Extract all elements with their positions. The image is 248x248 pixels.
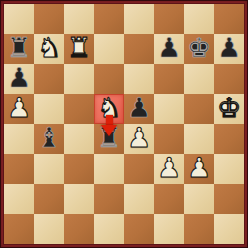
square-a6[interactable]: ♟ <box>4 64 34 94</box>
square-a1[interactable] <box>4 214 34 244</box>
square-b2[interactable] <box>34 184 64 214</box>
square-e2[interactable] <box>124 184 154 214</box>
square-g2[interactable] <box>184 184 214 214</box>
square-b5[interactable] <box>34 94 64 124</box>
square-h8[interactable] <box>214 4 244 34</box>
square-g4[interactable] <box>184 124 214 154</box>
piece-white-king: ♚ <box>217 93 241 123</box>
square-h2[interactable] <box>214 184 244 214</box>
square-c1[interactable] <box>64 214 94 244</box>
square-a8[interactable] <box>4 4 34 34</box>
square-d1[interactable] <box>94 214 124 244</box>
square-d7[interactable] <box>94 34 124 64</box>
square-b1[interactable] <box>34 214 64 244</box>
square-f7[interactable]: ♟ <box>154 34 184 64</box>
square-g6[interactable] <box>184 64 214 94</box>
piece-white-rook: ♜ <box>67 33 91 63</box>
square-c5[interactable] <box>64 94 94 124</box>
piece-black-pawn: ♟ <box>217 33 241 63</box>
square-g8[interactable] <box>184 4 214 34</box>
square-f8[interactable] <box>154 4 184 34</box>
square-g1[interactable] <box>184 214 214 244</box>
piece-white-knight: ♞ <box>37 33 61 63</box>
square-a2[interactable] <box>4 184 34 214</box>
square-a7[interactable]: ♜ <box>4 34 34 64</box>
square-c2[interactable] <box>64 184 94 214</box>
square-e7[interactable] <box>124 34 154 64</box>
square-d3[interactable] <box>94 154 124 184</box>
square-h5[interactable]: ♚ <box>214 94 244 124</box>
chess-board: ♜♞♜♟♚♟♟♟♞♟♚♝♜♟♟♟ <box>4 4 244 244</box>
square-a3[interactable] <box>4 154 34 184</box>
square-b4[interactable]: ♝ <box>34 124 64 154</box>
square-f2[interactable] <box>154 184 184 214</box>
square-b3[interactable] <box>34 154 64 184</box>
piece-black-king: ♚ <box>187 33 211 63</box>
piece-black-rook: ♜ <box>7 33 31 63</box>
square-a4[interactable] <box>4 124 34 154</box>
piece-black-pawn: ♟ <box>7 63 31 93</box>
piece-white-pawn: ♟ <box>187 153 211 183</box>
square-d6[interactable] <box>94 64 124 94</box>
piece-black-pawn: ♟ <box>157 33 181 63</box>
square-h4[interactable] <box>214 124 244 154</box>
chess-board-frame: ♜♞♜♟♚♟♟♟♞♟♚♝♜♟♟♟ <box>0 0 248 248</box>
square-g5[interactable] <box>184 94 214 124</box>
square-b7[interactable]: ♞ <box>34 34 64 64</box>
square-e8[interactable] <box>124 4 154 34</box>
square-c3[interactable] <box>64 154 94 184</box>
piece-black-pawn: ♟ <box>127 93 151 123</box>
square-h3[interactable] <box>214 154 244 184</box>
square-e1[interactable] <box>124 214 154 244</box>
square-d2[interactable] <box>94 184 124 214</box>
square-e5[interactable]: ♟ <box>124 94 154 124</box>
square-g3[interactable]: ♟ <box>184 154 214 184</box>
square-e4[interactable]: ♟ <box>124 124 154 154</box>
piece-black-rook: ♜ <box>97 123 121 153</box>
square-c4[interactable] <box>64 124 94 154</box>
piece-black-bishop: ♝ <box>37 123 61 153</box>
square-c7[interactable]: ♜ <box>64 34 94 64</box>
piece-white-pawn: ♟ <box>157 153 181 183</box>
piece-white-pawn: ♟ <box>127 123 151 153</box>
square-e3[interactable] <box>124 154 154 184</box>
square-f6[interactable] <box>154 64 184 94</box>
square-f4[interactable] <box>154 124 184 154</box>
square-f5[interactable] <box>154 94 184 124</box>
square-d5[interactable]: ♞ <box>94 94 124 124</box>
square-h6[interactable] <box>214 64 244 94</box>
square-h1[interactable] <box>214 214 244 244</box>
square-b6[interactable] <box>34 64 64 94</box>
square-f3[interactable]: ♟ <box>154 154 184 184</box>
square-a5[interactable]: ♟ <box>4 94 34 124</box>
square-f1[interactable] <box>154 214 184 244</box>
square-d8[interactable] <box>94 4 124 34</box>
square-h7[interactable]: ♟ <box>214 34 244 64</box>
square-d4[interactable]: ♜ <box>94 124 124 154</box>
square-c6[interactable] <box>64 64 94 94</box>
piece-white-pawn: ♟ <box>7 93 31 123</box>
piece-white-knight: ♞ <box>97 93 121 123</box>
square-e6[interactable] <box>124 64 154 94</box>
square-b8[interactable] <box>34 4 64 34</box>
square-c8[interactable] <box>64 4 94 34</box>
square-g7[interactable]: ♚ <box>184 34 214 64</box>
